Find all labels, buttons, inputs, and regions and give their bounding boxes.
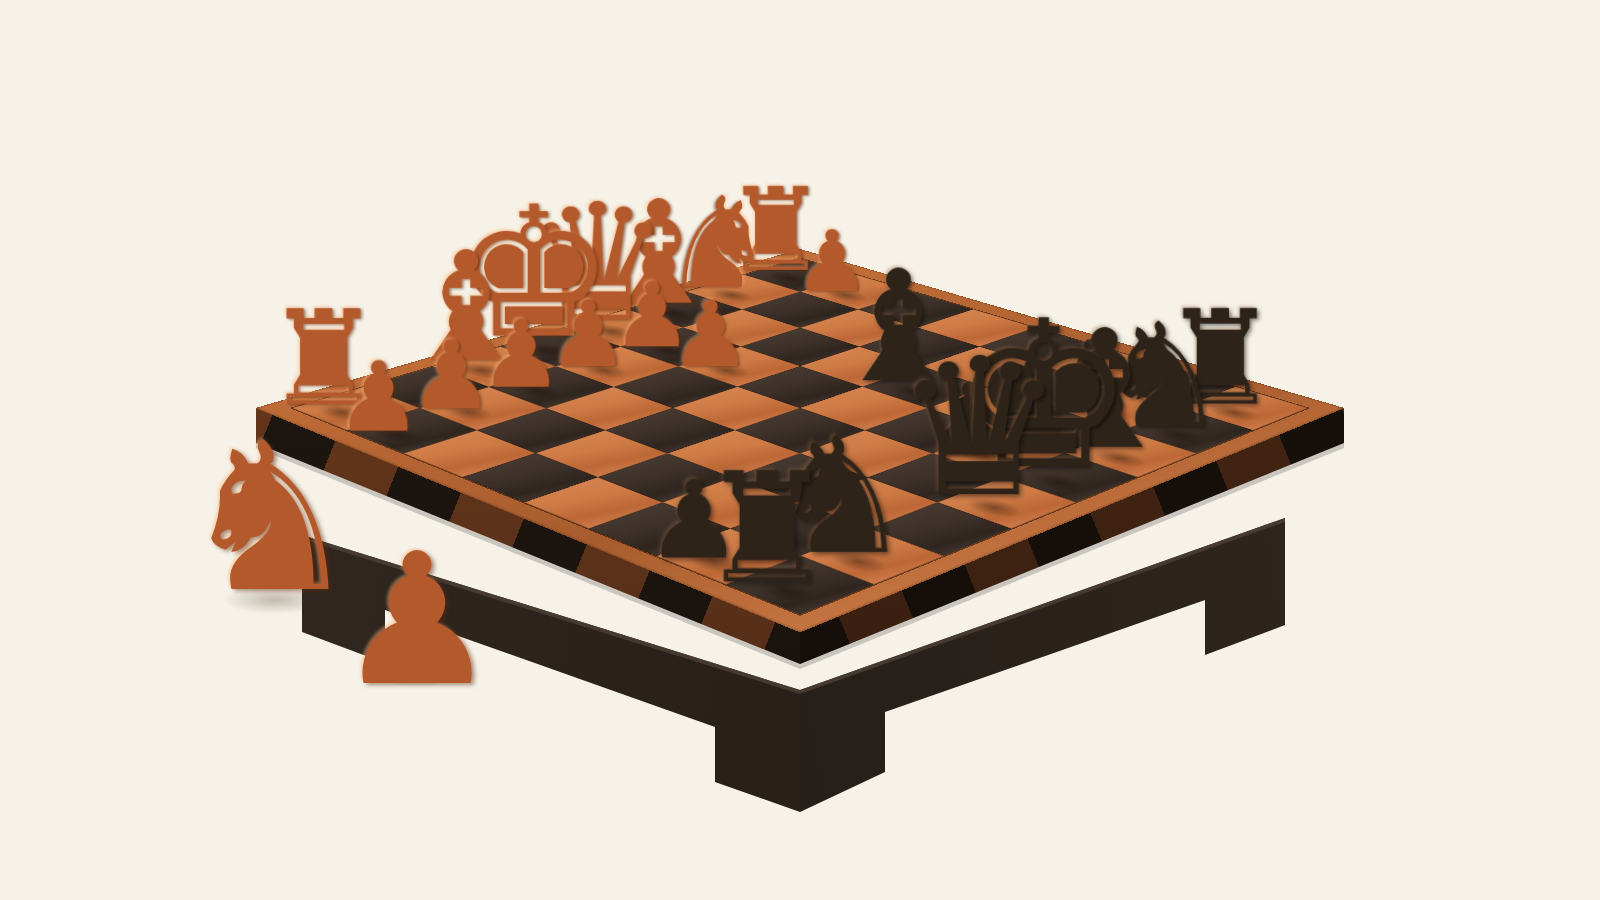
piece-black-queen[interactable]: ♛ bbox=[894, 337, 1065, 518]
captured-white-knight[interactable]: ♞ bbox=[178, 416, 362, 621]
piece-white-pawn[interactable]: ♟ bbox=[670, 291, 752, 378]
product-photo-scene: ♜♞♝♚♛♞♜♟♟♟♟♝♟♟♟♟♟♟♟♜♞♝♛♚♝♜ ♞ ♟ bbox=[0, 0, 1600, 900]
piece-black-rook[interactable]: ♜ bbox=[699, 457, 836, 602]
captured-white-pawn[interactable]: ♟ bbox=[335, 529, 498, 711]
